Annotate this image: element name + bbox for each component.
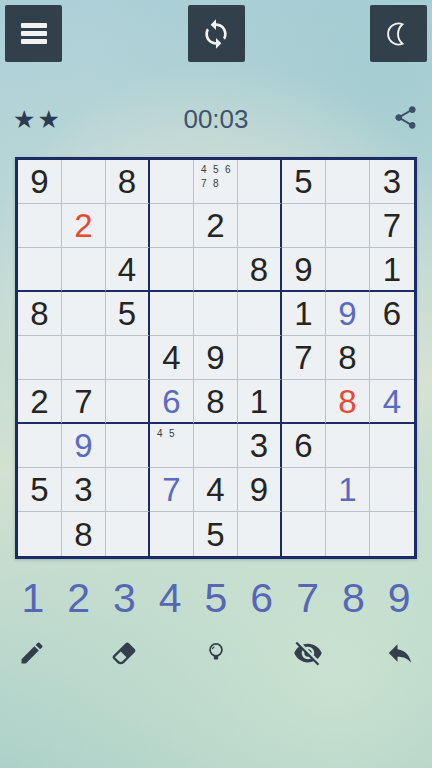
- cell-r4c2[interactable]: [62, 292, 106, 336]
- cell-r4c8[interactable]: 9: [326, 292, 370, 336]
- cell-r2c8[interactable]: [326, 204, 370, 248]
- cell-r2c3[interactable]: [106, 204, 150, 248]
- cell-r4c7[interactable]: 1: [282, 292, 326, 336]
- cell-r7c4[interactable]: 45: [150, 424, 194, 468]
- given-digit: 6: [383, 297, 401, 330]
- numpad-digit-8[interactable]: 8: [330, 570, 376, 626]
- numpad-digit-6[interactable]: 6: [239, 570, 285, 626]
- numpad-digit-2[interactable]: 2: [56, 570, 102, 626]
- cell-r9c9[interactable]: [370, 512, 414, 556]
- given-digit: 7: [294, 341, 312, 374]
- given-digit: 8: [30, 297, 48, 330]
- hamburger-icon: [21, 23, 47, 44]
- cell-r5c8[interactable]: 8: [326, 336, 370, 380]
- numpad-digit-1[interactable]: 1: [10, 570, 56, 626]
- refresh-icon: [200, 18, 232, 50]
- given-digit: 3: [250, 429, 268, 462]
- cell-r3c3[interactable]: 4: [106, 248, 150, 292]
- cell-r4c4[interactable]: [150, 292, 194, 336]
- cell-r8c9[interactable]: [370, 468, 414, 512]
- board-wrap: 9845678532274891851964978276818494536537…: [15, 157, 417, 559]
- given-digit: 9: [294, 253, 312, 286]
- cell-r1c2[interactable]: [62, 160, 106, 204]
- cell-r1c6[interactable]: [238, 160, 282, 204]
- given-digit: 1: [383, 253, 401, 286]
- cell-r5c2[interactable]: [62, 336, 106, 380]
- cell-r5c5[interactable]: 9: [194, 336, 238, 380]
- given-digit: 4: [118, 253, 136, 286]
- timer: 00:03: [0, 104, 432, 135]
- cell-r8c4[interactable]: 7: [150, 468, 194, 512]
- cell-r1c7[interactable]: 5: [282, 160, 326, 204]
- given-digit: 2: [206, 209, 224, 242]
- top-bar: [0, 0, 432, 62]
- given-digit: 6: [294, 429, 312, 462]
- cell-r9c2[interactable]: 8: [62, 512, 106, 556]
- given-digit: 1: [294, 297, 312, 330]
- cell-r1c4[interactable]: [150, 160, 194, 204]
- cell-r3c1[interactable]: [18, 248, 62, 292]
- given-digit: 5: [118, 297, 136, 330]
- given-digit: 3: [383, 165, 401, 198]
- cell-r7c2[interactable]: 9: [62, 424, 106, 468]
- numpad-digit-4[interactable]: 4: [147, 570, 193, 626]
- cell-r4c1[interactable]: 8: [18, 292, 62, 336]
- user-digit: 4: [383, 385, 401, 418]
- cell-r3c8[interactable]: [326, 248, 370, 292]
- given-digit: 9: [30, 165, 48, 198]
- cell-r6c7[interactable]: [282, 380, 326, 424]
- cell-r7c9[interactable]: [370, 424, 414, 468]
- numpad-digit-3[interactable]: 3: [102, 570, 148, 626]
- numpad-digit-9[interactable]: 9: [376, 570, 422, 626]
- difficulty-stars: ★★: [13, 107, 62, 132]
- cell-r9c6[interactable]: [238, 512, 282, 556]
- cell-r6c8[interactable]: 8: [326, 380, 370, 424]
- given-digit: 8: [338, 341, 356, 374]
- cell-r2c1[interactable]: [18, 204, 62, 248]
- cell-r8c7[interactable]: [282, 468, 326, 512]
- cell-r8c3[interactable]: [106, 468, 150, 512]
- user-digit: 9: [74, 429, 92, 462]
- user-digit: 1: [338, 473, 356, 506]
- cell-r9c3[interactable]: [106, 512, 150, 556]
- cell-r2c7[interactable]: [282, 204, 326, 248]
- given-digit: 8: [250, 253, 268, 286]
- show-errors-button[interactable]: [289, 634, 327, 672]
- cell-r5c9[interactable]: [370, 336, 414, 380]
- given-digit: 8: [74, 518, 92, 551]
- cell-r8c6[interactable]: 9: [238, 468, 282, 512]
- menu-button[interactable]: [5, 5, 62, 62]
- cell-r8c1[interactable]: 5: [18, 468, 62, 512]
- cell-r1c3[interactable]: 8: [106, 160, 150, 204]
- cell-r4c3[interactable]: 5: [106, 292, 150, 336]
- eye-off-icon: [293, 638, 323, 668]
- cell-r2c5[interactable]: 2: [194, 204, 238, 248]
- given-digit: 8: [118, 165, 136, 198]
- cell-r2c4[interactable]: [150, 204, 194, 248]
- restart-button[interactable]: [188, 5, 245, 62]
- cell-r3c2[interactable]: [62, 248, 106, 292]
- user-digit: 7: [162, 473, 180, 506]
- cell-r9c7[interactable]: [282, 512, 326, 556]
- cell-r3c6[interactable]: 8: [238, 248, 282, 292]
- given-digit: 7: [383, 209, 401, 242]
- cell-r2c6[interactable]: [238, 204, 282, 248]
- given-digit: 7: [74, 385, 92, 418]
- given-digit: 9: [250, 473, 268, 506]
- cell-r2c9[interactable]: 7: [370, 204, 414, 248]
- tool-bar: [0, 634, 432, 672]
- undo-button[interactable]: [381, 634, 419, 672]
- pencil-marks: 45678: [201, 163, 235, 201]
- cell-r9c1[interactable]: [18, 512, 62, 556]
- cell-r9c5[interactable]: 5: [194, 512, 238, 556]
- user-digit: 6: [162, 385, 180, 418]
- cell-r6c2[interactable]: 7: [62, 380, 106, 424]
- cell-r4c9[interactable]: 6: [370, 292, 414, 336]
- cell-r1c1[interactable]: 9: [18, 160, 62, 204]
- cell-r6c4[interactable]: 6: [150, 380, 194, 424]
- error-digit: 2: [74, 209, 92, 242]
- cell-r9c8[interactable]: [326, 512, 370, 556]
- given-digit: 3: [74, 473, 92, 506]
- cell-r1c8[interactable]: [326, 160, 370, 204]
- share-icon: [392, 104, 419, 134]
- cell-r6c1[interactable]: 2: [18, 380, 62, 424]
- pencil-marks: 45: [157, 427, 191, 465]
- cell-r6c6[interactable]: 1: [238, 380, 282, 424]
- cell-r2c2[interactable]: 2: [62, 204, 106, 248]
- cell-r7c6[interactable]: 3: [238, 424, 282, 468]
- undo-icon: [385, 638, 415, 668]
- cell-r7c8[interactable]: [326, 424, 370, 468]
- cell-r1c5[interactable]: 45678: [194, 160, 238, 204]
- given-digit: 4: [162, 341, 180, 374]
- user-digit: 9: [338, 297, 356, 330]
- moon-icon: [384, 19, 414, 49]
- pencil-button[interactable]: [13, 634, 51, 672]
- cell-r3c7[interactable]: 9: [282, 248, 326, 292]
- pencil-icon: [18, 639, 46, 667]
- cell-r4c5[interactable]: [194, 292, 238, 336]
- cell-r7c7[interactable]: 6: [282, 424, 326, 468]
- given-digit: 5: [206, 518, 224, 551]
- cell-r6c9[interactable]: 4: [370, 380, 414, 424]
- given-digit: 2: [30, 385, 48, 418]
- given-digit: 4: [206, 473, 224, 506]
- cell-r3c4[interactable]: [150, 248, 194, 292]
- given-digit: 5: [294, 165, 312, 198]
- given-digit: 5: [30, 473, 48, 506]
- cell-r7c3[interactable]: [106, 424, 150, 468]
- given-digit: 8: [206, 385, 224, 418]
- cell-r7c1[interactable]: [18, 424, 62, 468]
- cell-r9c4[interactable]: [150, 512, 194, 556]
- eraser-button[interactable]: [105, 634, 143, 672]
- cell-r8c5[interactable]: 4: [194, 468, 238, 512]
- cell-r5c6[interactable]: [238, 336, 282, 380]
- cell-r7c5[interactable]: [194, 424, 238, 468]
- cell-r5c4[interactable]: 4: [150, 336, 194, 380]
- sudoku-board: 9845678532274891851964978276818494536537…: [15, 157, 417, 559]
- cell-r8c2[interactable]: 3: [62, 468, 106, 512]
- error-digit: 8: [338, 385, 356, 418]
- eraser-icon: [110, 639, 138, 667]
- share-button[interactable]: [392, 104, 419, 134]
- cell-r1c9[interactable]: 3: [370, 160, 414, 204]
- cell-r6c3[interactable]: [106, 380, 150, 424]
- numpad-digit-7[interactable]: 7: [285, 570, 331, 626]
- numpad-digit-5[interactable]: 5: [193, 570, 239, 626]
- cell-r4c6[interactable]: [238, 292, 282, 336]
- hint-bulb-icon: [202, 639, 230, 667]
- number-pad: 123456789: [0, 570, 432, 626]
- given-digit: 9: [206, 341, 224, 374]
- given-digit: 1: [250, 385, 268, 418]
- cell-r8c8[interactable]: 1: [326, 468, 370, 512]
- hint-button[interactable]: [197, 634, 235, 672]
- cell-r6c5[interactable]: 8: [194, 380, 238, 424]
- cell-r5c3[interactable]: [106, 336, 150, 380]
- cell-r3c9[interactable]: 1: [370, 248, 414, 292]
- status-row: ★★ 00:03: [0, 102, 432, 136]
- cell-r5c1[interactable]: [18, 336, 62, 380]
- cell-r5c7[interactable]: 7: [282, 336, 326, 380]
- cell-r3c5[interactable]: [194, 248, 238, 292]
- night-mode-button[interactable]: [370, 5, 427, 62]
